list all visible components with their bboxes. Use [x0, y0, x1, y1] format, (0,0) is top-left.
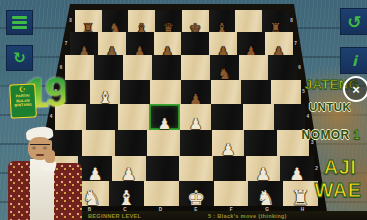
rank-label-8: 8	[69, 18, 72, 23]
status-bar: BEGINNER LEVEL 5 : Black's move (thinkin…	[42, 211, 367, 220]
square-f4[interactable]	[211, 104, 242, 130]
square-c2[interactable]: ♟	[112, 156, 146, 181]
info-icon: i	[352, 53, 357, 69]
square-f6[interactable]: ♞	[210, 55, 239, 80]
ad-text-untuk[interactable]: UNTUK	[302, 101, 358, 113]
square-a7[interactable]: ♟	[70, 32, 98, 55]
square-h4[interactable]	[274, 104, 305, 130]
board-rank-5: ♝♟	[60, 80, 301, 104]
close-icon: ×	[352, 82, 360, 97]
ad-text-aji[interactable]: AJI	[316, 156, 364, 179]
ad-close-button[interactable]: ×	[343, 76, 367, 102]
square-d5[interactable]	[150, 80, 180, 104]
square-b5[interactable]: ♝	[90, 80, 120, 104]
ad-person-image[interactable]	[8, 124, 82, 220]
square-c8[interactable]: ♝	[128, 10, 155, 32]
square-b3[interactable]	[82, 130, 114, 156]
square-f7[interactable]: ♟	[209, 32, 237, 55]
square-e7[interactable]	[181, 32, 209, 55]
piece-white-bishop[interactable]: ♝	[109, 188, 144, 209]
menu-button[interactable]	[6, 10, 33, 35]
square-f1[interactable]	[214, 181, 249, 206]
square-c4[interactable]	[118, 104, 149, 130]
square-g4[interactable]	[243, 104, 274, 130]
square-a6[interactable]	[65, 55, 94, 80]
square-b2[interactable]: ♟	[78, 156, 112, 181]
square-e1[interactable]: ♚	[179, 181, 214, 206]
ad-text-wae[interactable]: WAE	[308, 179, 367, 202]
rank-label-7: 7	[294, 41, 297, 46]
square-d3[interactable]	[147, 130, 179, 156]
square-d8[interactable]: ♛	[155, 10, 182, 32]
square-h2[interactable]: ♟	[280, 156, 314, 181]
mouth	[36, 154, 44, 156]
party-text: BINTANG	[11, 103, 35, 109]
square-g5[interactable]	[241, 80, 271, 104]
board-rank-7: ♟♟♟♟♟♟♟	[70, 32, 292, 55]
square-f8[interactable]: ♝	[209, 10, 236, 32]
square-a8[interactable]: ♜	[75, 10, 102, 32]
rank-label-6: 6	[298, 65, 301, 70]
square-c7[interactable]: ♟	[126, 32, 154, 55]
square-e2[interactable]	[179, 156, 213, 181]
square-h8[interactable]: ♜	[262, 10, 289, 32]
square-h7[interactable]: ♟	[265, 32, 293, 55]
batik-shirt	[51, 163, 82, 220]
rotate-icon: ↻	[13, 49, 26, 67]
square-f5[interactable]	[211, 80, 241, 104]
rank-label-8: 8	[290, 18, 293, 23]
ad-text-nomor-1[interactable]: NOMOR 1	[294, 128, 367, 142]
square-c1[interactable]: ♝	[109, 181, 144, 206]
hamburger-icon	[12, 16, 27, 29]
square-d2[interactable]	[146, 156, 180, 181]
glasses	[30, 144, 50, 151]
square-h6[interactable]	[268, 55, 297, 80]
square-d7[interactable]: ♟	[154, 32, 182, 55]
flip-board-button[interactable]: ↻	[6, 45, 33, 71]
board-rank-2: ♟♟♟♟♟	[45, 156, 314, 181]
move-status-label: 5 : Black's move (thinking)	[208, 213, 287, 219]
rank-label-4: 4	[307, 114, 310, 119]
rank-label-7: 7	[65, 41, 68, 46]
square-d6[interactable]	[152, 55, 181, 80]
info-button[interactable]: i	[340, 47, 367, 74]
piece-white-knight[interactable]: ♞	[248, 188, 283, 209]
board-rank-3: ♟	[50, 130, 310, 156]
square-g7[interactable]: ♟	[237, 32, 265, 55]
undo-arrow-icon: ↺	[347, 12, 361, 32]
square-b6[interactable]	[94, 55, 123, 80]
square-b4[interactable]	[86, 104, 117, 130]
square-e6[interactable]	[181, 55, 210, 80]
board-rank-4: ♟♟	[55, 104, 305, 130]
square-e5[interactable]: ♟	[181, 80, 211, 104]
square-e3[interactable]	[180, 130, 212, 156]
square-h5[interactable]	[271, 80, 301, 104]
square-g2[interactable]: ♟	[246, 156, 280, 181]
square-f3[interactable]: ♟	[212, 130, 244, 156]
square-b8[interactable]: ♞	[102, 10, 129, 32]
board-rank-6: ♞	[65, 55, 296, 80]
square-d1[interactable]	[144, 181, 179, 206]
square-f2[interactable]	[213, 156, 247, 181]
square-e8[interactable]: ♚	[182, 10, 209, 32]
board-rank-8: ♜♞♝♛♚♝♜	[75, 10, 289, 32]
square-c3[interactable]	[115, 130, 147, 156]
square-c5[interactable]	[120, 80, 150, 104]
square-g6[interactable]	[239, 55, 268, 80]
square-e4[interactable]: ♟	[180, 104, 211, 130]
undo-button[interactable]: ↺	[340, 8, 367, 35]
square-b7[interactable]: ♟	[98, 32, 126, 55]
square-c6[interactable]	[123, 55, 152, 80]
square-g1[interactable]: ♞	[248, 181, 283, 206]
level-label: BEGINNER LEVEL	[88, 213, 141, 219]
square-g8[interactable]	[235, 10, 262, 32]
piece-white-king[interactable]: ♚	[179, 188, 214, 209]
square-g3[interactable]	[244, 130, 276, 156]
ad-party-logo[interactable]: ☪ PARTAI BULAN BINTANG	[9, 83, 37, 118]
chess-app-screen: ♜♞♝♛♚♝♜88♟♟♟♟♟♟♟77♞66♝♟55♟♟44♟33♟♟♟♟♟22♜…	[0, 0, 367, 220]
square-d4[interactable]: ♟	[149, 104, 180, 130]
